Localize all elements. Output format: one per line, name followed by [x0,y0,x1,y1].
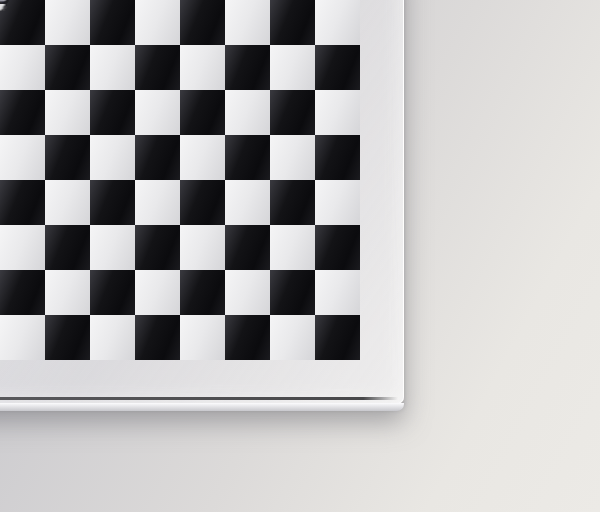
photo-background: ♞♞♛♛♝♝♜♜♜♜♝♝♚♚♞♞♟♟♟♟♟♟♟♟♟♟♟♟♟♟♟♟♟♟♟♟♟♟♟♟… [0,0,600,512]
reflection-h1: ♜ [0,2,7,11]
piece-white-r-h1[interactable]: ♜ [0,0,7,1]
pieces-layer: ♞♞♛♛♝♝♜♜♜♜♝♝♚♚♞♞♟♟♟♟♟♟♟♟♟♟♟♟♟♟♟♟♟♟♟♟♟♟♟♟… [0,0,600,512]
